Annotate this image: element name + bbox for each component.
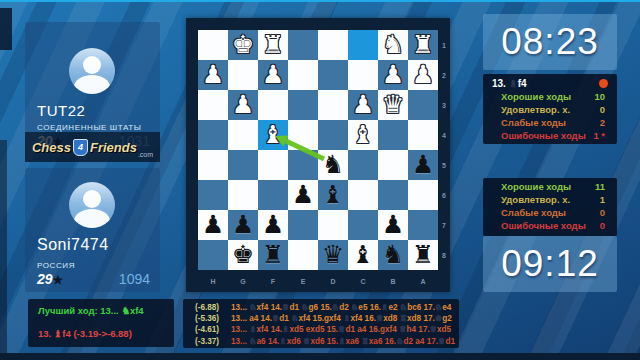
- stats-rows: Хорошие ходы10Удовлетвор. х.0Слабые ходы…: [483, 90, 617, 142]
- piece-bB: ♝: [348, 240, 378, 270]
- piece-bB: ♝: [318, 180, 348, 210]
- square-d8[interactable]: ♛: [318, 240, 348, 270]
- rank-label-5: 5: [438, 150, 450, 180]
- player-rating: 1094: [119, 271, 150, 287]
- square-g3[interactable]: ♟: [228, 90, 258, 120]
- player-country: РОССИЯ: [37, 261, 75, 270]
- square-c4[interactable]: ♝: [348, 120, 378, 150]
- square-b8[interactable]: ♞: [378, 240, 408, 270]
- square-a3[interactable]: [408, 90, 438, 120]
- square-c2[interactable]: [348, 60, 378, 90]
- square-b4[interactable]: [378, 120, 408, 150]
- stat-row: Ошибочные ходы1 *: [483, 129, 617, 142]
- stat-value: 0: [600, 103, 605, 116]
- variation-moves: 13... ♞xf4 14.♛d1 ♞g6 15.♞d2 ♞e5 16.♝e2 …: [231, 302, 459, 313]
- file-label-c: C: [348, 270, 378, 292]
- square-d3[interactable]: [318, 90, 348, 120]
- piece-wP: ♟: [228, 90, 258, 120]
- stat-value: 0: [600, 206, 605, 219]
- stat-label: Хорошие ходы: [501, 180, 571, 193]
- square-f3[interactable]: [258, 90, 288, 120]
- file-label-b: B: [378, 270, 408, 292]
- piece-bN: ♞: [318, 150, 348, 180]
- decor-corner-block: [0, 8, 12, 50]
- stat-row: Хорошие ходы11: [483, 180, 617, 193]
- file-label-g: G: [228, 270, 258, 292]
- file-label-a: A: [408, 270, 438, 292]
- variation-eval: (-6.88): [183, 302, 231, 313]
- square-e2[interactable]: [288, 60, 318, 90]
- square-g6[interactable]: [228, 180, 258, 210]
- square-b7[interactable]: ♟: [378, 210, 408, 240]
- stat-label: Удовлетвор. х.: [501, 103, 570, 116]
- variation-moves: 13... a4 14.♛d1 ♞xf4 15.gxf4 ♝xf4 16.♛xd…: [231, 313, 459, 324]
- best-move-box: Лучший ход: 13... ♞xf4 13. ♝f4 (-3.19->-…: [28, 299, 174, 347]
- move-quality-stats-bottom: Хорошие ходы11Удовлетвор. х.1Слабые ходы…: [483, 178, 617, 236]
- piece-wP: ♟: [378, 60, 408, 90]
- square-d7[interactable]: [318, 210, 348, 240]
- piece-wP: ♟: [348, 90, 378, 120]
- square-a6[interactable]: [408, 180, 438, 210]
- player-card-top[interactable]: TUT22 СОЕДИНЕННЫЕ ШТАТЫ 20★ 1031: [25, 22, 160, 132]
- square-g5[interactable]: [228, 150, 258, 180]
- piece-wR: ♜: [408, 30, 438, 60]
- record-dot-icon: [599, 79, 608, 88]
- stat-label: Слабые ходы: [501, 206, 566, 219]
- piece-wB: ♝: [258, 120, 288, 150]
- square-e5[interactable]: [288, 150, 318, 180]
- square-a4[interactable]: [408, 120, 438, 150]
- top-accent-line: [0, 0, 640, 2]
- square-d6[interactable]: ♝: [318, 180, 348, 210]
- variation-moves: 13... ♝xf4 14.♝xd5 exd5 15.♛d1 a4 16.gxf…: [231, 324, 459, 335]
- chess-board[interactable]: ♚♜♞♜♟♟♟♟♟♟♛♝♝♞♟♟♝♟♟♟♟♚♜♛♝♞♜: [198, 30, 438, 270]
- square-h5[interactable]: [198, 150, 228, 180]
- stat-row: Слабые ходы2: [483, 116, 617, 129]
- best-move-text: Лучший ход: 13... ♞xf4: [38, 305, 144, 316]
- stat-row: Ошибочные ходы0: [483, 219, 617, 232]
- decor-bottom-strip: [0, 353, 640, 360]
- player-level: 29★: [37, 271, 63, 287]
- rank-label-4: 4: [438, 120, 450, 150]
- square-g8[interactable]: ♚: [228, 240, 258, 270]
- square-c5[interactable]: [348, 150, 378, 180]
- logo-tld: .com: [138, 151, 153, 158]
- square-a7[interactable]: [408, 210, 438, 240]
- piece-wB: ♝: [348, 120, 378, 150]
- square-a1[interactable]: ♜: [408, 30, 438, 60]
- rank-label-6: 6: [438, 180, 450, 210]
- square-d5[interactable]: ♞: [318, 150, 348, 180]
- piece-wK: ♚: [228, 30, 258, 60]
- chess4friends-logo[interactable]: Chess 4 Friends .com: [25, 132, 160, 162]
- variation-moves: 13... ♞a6 14.♝xd6 ♛xd6 15.♝xa6 ♜xa6 16.♞…: [231, 336, 459, 347]
- square-a2[interactable]: ♟: [408, 60, 438, 90]
- logo-word-chess: Chess: [32, 140, 71, 155]
- piece-bR: ♜: [408, 240, 438, 270]
- file-labels: HGFEDCBA: [198, 270, 438, 292]
- avatar-head-icon: [83, 56, 101, 74]
- chess-board-frame: ♚♜♞♜♟♟♟♟♟♟♛♝♝♞♟♟♝♟♟♟♟♚♜♛♝♞♜ HGFEDCBA 123…: [186, 18, 450, 292]
- file-label-e: E: [288, 270, 318, 292]
- piece-wQ: ♛: [378, 90, 408, 120]
- analysis-variation-row[interactable]: (-4.61)13... ♝xf4 14.♝xd5 exd5 15.♛d1 a4…: [183, 324, 459, 335]
- star-icon: ★: [53, 273, 64, 287]
- stat-label: Слабые ходы: [501, 116, 566, 129]
- rank-label-2: 2: [438, 60, 450, 90]
- square-f4[interactable]: ♝: [258, 120, 288, 150]
- analysis-variation-row[interactable]: (-5.36)13... a4 14.♛d1 ♞xf4 15.gxf4 ♝xf4…: [183, 313, 459, 324]
- stat-value: 1: [600, 193, 605, 206]
- file-label-d: D: [318, 270, 348, 292]
- variation-eval: (-4.61): [183, 324, 231, 335]
- square-h8[interactable]: [198, 240, 228, 270]
- stat-label: Хорошие ходы: [501, 90, 571, 103]
- rank-label-1: 1: [438, 30, 450, 60]
- piece-wP: ♟: [408, 60, 438, 90]
- square-b2[interactable]: ♟: [378, 60, 408, 90]
- square-e4[interactable]: [288, 120, 318, 150]
- square-h1[interactable]: [198, 30, 228, 60]
- player-name: Soni7474: [37, 236, 109, 254]
- square-f1[interactable]: ♜: [258, 30, 288, 60]
- rank-labels: 12345678: [438, 30, 450, 270]
- played-move-eval-text: 13. ♝f4 (-3.19->-6.88): [38, 328, 132, 339]
- analysis-variation-row[interactable]: (-3.37)13... ♞a6 14.♝xd6 ♛xd6 15.♝xa6 ♜x…: [183, 336, 459, 347]
- square-a8[interactable]: ♜: [408, 240, 438, 270]
- stat-row: Хорошие ходы10: [483, 90, 617, 103]
- square-h7[interactable]: ♟: [198, 210, 228, 240]
- piece-wP: ♟: [258, 60, 288, 90]
- stat-label: Ошибочные ходы: [501, 129, 586, 142]
- square-d1[interactable]: [318, 30, 348, 60]
- clock-top-time: 08:23: [501, 21, 599, 63]
- square-g4[interactable]: [228, 120, 258, 150]
- square-e6[interactable]: ♟: [288, 180, 318, 210]
- player-card-bottom[interactable]: Soni7474 РОССИЯ 29★ 1094: [25, 168, 160, 292]
- piece-bP: ♟: [258, 210, 288, 240]
- player-name: TUT22: [37, 102, 85, 119]
- square-f8[interactable]: ♜: [258, 240, 288, 270]
- decor-left-bar: [0, 140, 7, 353]
- piece-wP: ♟: [198, 60, 228, 90]
- file-label-h: H: [198, 270, 228, 292]
- rank-label-7: 7: [438, 210, 450, 240]
- logo-shield-icon: 4: [73, 139, 88, 156]
- logo-word-friends: Friends: [90, 140, 137, 155]
- piece-bK: ♚: [228, 240, 258, 270]
- avatar-body-icon: [74, 209, 110, 228]
- player-country: СОЕДИНЕННЫЕ ШТАТЫ: [37, 123, 141, 132]
- stat-value: 2: [600, 116, 605, 129]
- square-f5[interactable]: [258, 150, 288, 180]
- analysis-variation-row[interactable]: (-6.88)13... ♞xf4 14.♛d1 ♞g6 15.♞d2 ♞e5 …: [183, 302, 459, 313]
- piece-bP: ♟: [198, 210, 228, 240]
- avatar-body-icon: [74, 75, 110, 94]
- square-d4[interactable]: [318, 120, 348, 150]
- square-b6[interactable]: [378, 180, 408, 210]
- square-e3[interactable]: [288, 90, 318, 120]
- rank-label-3: 3: [438, 90, 450, 120]
- piece-bR: ♜: [258, 240, 288, 270]
- stat-value: 1 *: [593, 129, 605, 142]
- stat-row: Удовлетвор. х.0: [483, 103, 617, 116]
- piece-wN: ♞: [378, 30, 408, 60]
- piece-bN: ♞: [378, 240, 408, 270]
- stat-value: 11: [595, 180, 605, 193]
- piece-bQ: ♛: [318, 240, 348, 270]
- clock-top: 08:23: [483, 14, 617, 70]
- variation-eval: (-3.37): [183, 336, 231, 347]
- square-b3[interactable]: ♛: [378, 90, 408, 120]
- square-g7[interactable]: ♟: [228, 210, 258, 240]
- current-move-label: 13. ♝f4: [492, 78, 527, 89]
- analysis-variations-panel: (-6.88)13... ♞xf4 14.♛d1 ♞g6 15.♞d2 ♞e5 …: [183, 299, 459, 348]
- square-e1[interactable]: [288, 30, 318, 60]
- square-g2[interactable]: [228, 60, 258, 90]
- square-e8[interactable]: [288, 240, 318, 270]
- avatar-head-icon: [83, 190, 101, 208]
- square-h2[interactable]: ♟: [198, 60, 228, 90]
- square-h6[interactable]: [198, 180, 228, 210]
- avatar[interactable]: [69, 48, 115, 94]
- stat-row: Слабые ходы0: [483, 206, 617, 219]
- clock-bottom: 09:12: [483, 236, 617, 292]
- piece-bP: ♟: [228, 210, 258, 240]
- stat-row: Удовлетвор. х.1: [483, 193, 617, 206]
- square-e7[interactable]: [288, 210, 318, 240]
- clock-bottom-time: 09:12: [501, 243, 599, 285]
- piece-bP: ♟: [408, 150, 438, 180]
- stat-label: Удовлетвор. х.: [501, 193, 570, 206]
- stat-value: 0: [600, 219, 605, 232]
- square-c3[interactable]: ♟: [348, 90, 378, 120]
- variation-eval: (-5.36): [183, 313, 231, 324]
- square-c6[interactable]: [348, 180, 378, 210]
- square-f7[interactable]: ♟: [258, 210, 288, 240]
- chess4friends-app: TUT22 СОЕДИНЕННЫЕ ШТАТЫ 20★ 1031 Chess 4…: [0, 0, 640, 360]
- stats-rows: Хорошие ходы11Удовлетвор. х.1Слабые ходы…: [483, 180, 617, 232]
- square-f6[interactable]: [258, 180, 288, 210]
- piece-bP: ♟: [378, 210, 408, 240]
- avatar[interactable]: [69, 182, 115, 228]
- square-f2[interactable]: ♟: [258, 60, 288, 90]
- piece-bP: ♟: [288, 180, 318, 210]
- rank-label-8: 8: [438, 240, 450, 270]
- square-d2[interactable]: [318, 60, 348, 90]
- square-h4[interactable]: [198, 120, 228, 150]
- piece-wR: ♜: [258, 30, 288, 60]
- stat-label: Ошибочные ходы: [501, 219, 586, 232]
- stat-value: 10: [594, 90, 605, 103]
- square-h3[interactable]: [198, 90, 228, 120]
- square-c8[interactable]: ♝: [348, 240, 378, 270]
- square-c1[interactable]: [348, 30, 378, 60]
- square-b1[interactable]: ♞: [378, 30, 408, 60]
- square-g1[interactable]: ♚: [228, 30, 258, 60]
- square-b5[interactable]: [378, 150, 408, 180]
- move-quality-stats-top: 13. ♝f4 Хорошие ходы10Удовлетвор. х.0Сла…: [483, 74, 617, 144]
- square-c7[interactable]: [348, 210, 378, 240]
- file-label-f: F: [258, 270, 288, 292]
- square-a5[interactable]: ♟: [408, 150, 438, 180]
